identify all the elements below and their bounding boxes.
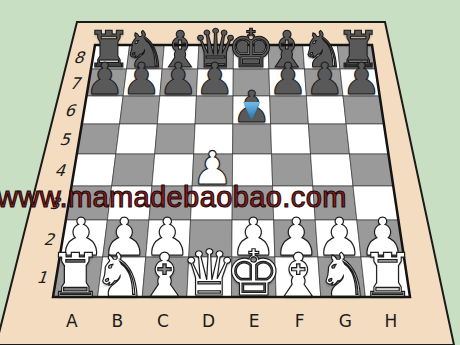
chess-scene: 87654321ABCDEFGH ♜♞♝♛♚♝♞♜♟♟♟♟♟♟♟♟♟♟♟♟♟♟♟… [0, 0, 460, 345]
pieces-layer: ♜♞♝♛♚♝♞♜♟♟♟♟♟♟♟♟♟♟♟♟♟♟♟♟♜♞♝♛♚♝♞♜ [0, 0, 460, 345]
piece-black-pawn-g7[interactable]: ♟ [305, 57, 344, 101]
piece-white-pawn-d4[interactable]: ♟ [192, 145, 233, 191]
piece-black-pawn-f7[interactable]: ♟ [268, 57, 307, 101]
piece-black-pawn-c7[interactable]: ♟ [158, 57, 197, 101]
piece-black-pawn-d7[interactable]: ♟ [195, 57, 234, 101]
piece-white-rook-h1[interactable]: ♜ [361, 245, 415, 305]
piece-black-pawn-h7[interactable]: ♟ [342, 57, 381, 101]
piece-black-pawn-e6[interactable]: ♟ [232, 85, 271, 129]
piece-black-pawn-a7[interactable]: ♟ [85, 57, 124, 101]
piece-black-pawn-b7[interactable]: ♟ [122, 57, 161, 101]
